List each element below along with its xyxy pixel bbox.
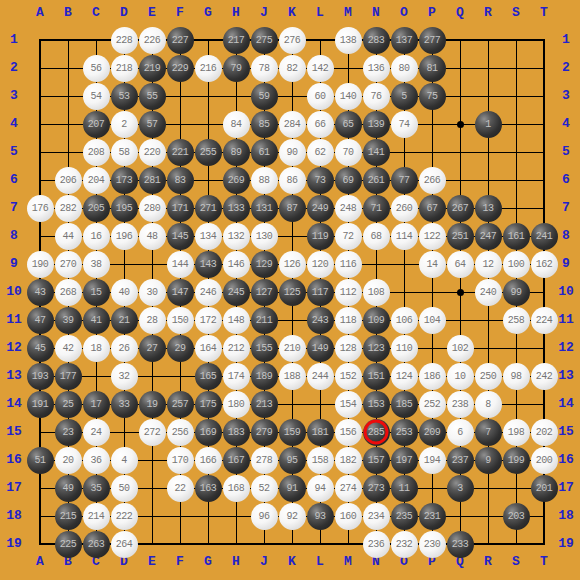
stone-w-268[interactable]: 268 xyxy=(55,279,82,306)
stone-b-213[interactable]: 213 xyxy=(251,391,278,418)
stone-b-29[interactable]: 29 xyxy=(167,335,194,362)
stone-w-282[interactable]: 282 xyxy=(55,195,82,222)
stone-b-183[interactable]: 183 xyxy=(223,419,250,446)
row-label-left: 14 xyxy=(1,396,27,412)
stone-w-234[interactable]: 234 xyxy=(363,503,390,530)
stone-b-161[interactable]: 161 xyxy=(503,223,530,250)
stone-b-269[interactable]: 269 xyxy=(223,167,250,194)
row-label-left: 7 xyxy=(1,200,27,216)
stone-w-242[interactable]: 242 xyxy=(531,363,558,390)
stone-w-68[interactable]: 68 xyxy=(363,223,390,250)
column-label-bottom: L xyxy=(306,554,334,570)
stone-w-208[interactable]: 208 xyxy=(83,139,110,166)
stone-b-45[interactable]: 45 xyxy=(27,335,54,362)
row-label-right: 4 xyxy=(553,116,579,132)
stone-w-250[interactable]: 250 xyxy=(475,363,502,390)
stone-w-232[interactable]: 232 xyxy=(391,531,418,558)
stone-b-159[interactable]: 159 xyxy=(279,419,306,446)
stone-w-96[interactable]: 96 xyxy=(251,503,278,530)
stone-w-176[interactable]: 176 xyxy=(27,195,54,222)
stone-w-10[interactable]: 10 xyxy=(447,363,474,390)
stone-w-152[interactable]: 152 xyxy=(335,363,362,390)
stone-b-145[interactable]: 145 xyxy=(167,223,194,250)
stone-b-251[interactable]: 251 xyxy=(447,223,474,250)
stone-b-129[interactable]: 129 xyxy=(251,251,278,278)
stone-w-170[interactable]: 170 xyxy=(167,447,194,474)
stone-w-126[interactable]: 126 xyxy=(279,251,306,278)
stone-w-66[interactable]: 66 xyxy=(307,111,334,138)
stone-b-123[interactable]: 123 xyxy=(363,335,390,362)
stone-w-132[interactable]: 132 xyxy=(223,223,250,250)
stone-w-82[interactable]: 82 xyxy=(279,55,306,82)
stone-w-128[interactable]: 128 xyxy=(335,335,362,362)
stone-w-24[interactable]: 24 xyxy=(83,419,110,446)
stone-w-60[interactable]: 60 xyxy=(307,83,334,110)
stone-w-118[interactable]: 118 xyxy=(335,307,362,334)
row-label-right: 1 xyxy=(553,32,579,48)
stone-b-261[interactable]: 261 xyxy=(363,167,390,194)
stone-b-253[interactable]: 253 xyxy=(391,419,418,446)
stone-w-270[interactable]: 270 xyxy=(55,251,82,278)
stone-w-140[interactable]: 140 xyxy=(335,83,362,110)
stone-b-51[interactable]: 51 xyxy=(27,447,54,474)
stone-w-28[interactable]: 28 xyxy=(139,307,166,334)
stone-b-227[interactable]: 227 xyxy=(167,27,194,54)
stone-w-50[interactable]: 50 xyxy=(111,475,138,502)
column-label-bottom: G xyxy=(194,554,222,570)
stone-b-147[interactable]: 147 xyxy=(167,279,194,306)
stone-b-153[interactable]: 153 xyxy=(363,391,390,418)
stone-b-255[interactable]: 255 xyxy=(195,139,222,166)
stone-w-186[interactable]: 186 xyxy=(419,363,446,390)
stone-b-17[interactable]: 17 xyxy=(83,391,110,418)
stone-b-53[interactable]: 53 xyxy=(111,83,138,110)
stone-w-136[interactable]: 136 xyxy=(363,55,390,82)
stone-w-256[interactable]: 256 xyxy=(167,419,194,446)
stone-w-122[interactable]: 122 xyxy=(419,223,446,250)
stone-b-283[interactable]: 283 xyxy=(363,27,390,54)
stone-b-229[interactable]: 229 xyxy=(167,55,194,82)
stone-w-272[interactable]: 272 xyxy=(139,419,166,446)
stone-w-168[interactable]: 168 xyxy=(223,475,250,502)
stone-w-284[interactable]: 284 xyxy=(279,111,306,138)
stone-w-62[interactable]: 62 xyxy=(307,139,334,166)
stone-b-119[interactable]: 119 xyxy=(307,223,334,250)
stone-b-217[interactable]: 217 xyxy=(223,27,250,54)
stone-w-180[interactable]: 180 xyxy=(223,391,250,418)
column-label-top: K xyxy=(278,5,306,21)
stone-w-182[interactable]: 182 xyxy=(335,447,362,474)
row-label-left: 16 xyxy=(1,452,27,468)
stone-w-8[interactable]: 8 xyxy=(475,391,502,418)
stone-w-52[interactable]: 52 xyxy=(251,475,278,502)
stone-w-218[interactable]: 218 xyxy=(111,55,138,82)
stone-w-108[interactable]: 108 xyxy=(363,279,390,306)
stone-w-54[interactable]: 54 xyxy=(83,83,110,110)
stone-b-11[interactable]: 11 xyxy=(391,475,418,502)
row-label-left: 13 xyxy=(1,368,27,384)
stone-w-6[interactable]: 6 xyxy=(447,419,474,446)
stone-w-4[interactable]: 4 xyxy=(111,447,138,474)
stone-b-7[interactable]: 7 xyxy=(475,419,502,446)
stone-w-40[interactable]: 40 xyxy=(111,279,138,306)
stone-w-98[interactable]: 98 xyxy=(503,363,530,390)
stone-b-155[interactable]: 155 xyxy=(251,335,278,362)
column-label-top: Q xyxy=(446,5,474,21)
stone-b-141[interactable]: 141 xyxy=(363,139,390,166)
stone-w-158[interactable]: 158 xyxy=(307,447,334,474)
stone-w-58[interactable]: 58 xyxy=(111,139,138,166)
stone-b-263[interactable]: 263 xyxy=(83,531,110,558)
row-label-right: 2 xyxy=(553,60,579,76)
row-label-right: 12 xyxy=(553,340,579,356)
stone-b-177[interactable]: 177 xyxy=(55,363,82,390)
stone-b-273[interactable]: 273 xyxy=(363,475,390,502)
stone-b-191[interactable]: 191 xyxy=(27,391,54,418)
stone-w-160[interactable]: 160 xyxy=(335,503,362,530)
stone-b-225[interactable]: 225 xyxy=(55,531,82,558)
stone-w-110[interactable]: 110 xyxy=(391,335,418,362)
stone-w-84[interactable]: 84 xyxy=(223,111,250,138)
stone-b-47[interactable]: 47 xyxy=(27,307,54,334)
stone-w-104[interactable]: 104 xyxy=(419,307,446,334)
stone-w-164[interactable]: 164 xyxy=(195,335,222,362)
column-label-bottom: R xyxy=(474,554,502,570)
stone-w-12[interactable]: 12 xyxy=(475,251,502,278)
stone-b-163[interactable]: 163 xyxy=(195,475,222,502)
stone-w-22[interactable]: 22 xyxy=(167,475,194,502)
stone-b-201[interactable]: 201 xyxy=(531,475,558,502)
stone-w-200[interactable]: 200 xyxy=(531,447,558,474)
stone-w-2[interactable]: 2 xyxy=(111,111,138,138)
stone-w-90[interactable]: 90 xyxy=(279,139,306,166)
stone-b-5[interactable]: 5 xyxy=(391,83,418,110)
stone-w-274[interactable]: 274 xyxy=(335,475,362,502)
stone-b-233[interactable]: 233 xyxy=(447,531,474,558)
stone-b-57[interactable]: 57 xyxy=(139,111,166,138)
stone-b-149[interactable]: 149 xyxy=(307,335,334,362)
stone-w-198[interactable]: 198 xyxy=(503,419,530,446)
column-label-top: A xyxy=(26,5,54,21)
row-label-left: 10 xyxy=(1,284,27,300)
stone-w-48[interactable]: 48 xyxy=(139,223,166,250)
row-label-right: 6 xyxy=(553,172,579,188)
column-label-top: B xyxy=(54,5,82,21)
stone-b-199[interactable]: 199 xyxy=(503,447,530,474)
stone-b-243[interactable]: 243 xyxy=(307,307,334,334)
stone-b-15[interactable]: 15 xyxy=(83,279,110,306)
stone-w-276[interactable]: 276 xyxy=(279,27,306,54)
stone-b-49[interactable]: 49 xyxy=(55,475,82,502)
stone-w-212[interactable]: 212 xyxy=(223,335,250,362)
stone-b-257[interactable]: 257 xyxy=(167,391,194,418)
row-label-left: 2 xyxy=(1,60,27,76)
stone-w-44[interactable]: 44 xyxy=(55,223,82,250)
stone-w-204[interactable]: 204 xyxy=(83,167,110,194)
star-point xyxy=(457,121,464,128)
stone-w-188[interactable]: 188 xyxy=(279,363,306,390)
stone-b-43[interactable]: 43 xyxy=(27,279,54,306)
stone-b-193[interactable]: 193 xyxy=(27,363,54,390)
stone-w-86[interactable]: 86 xyxy=(279,167,306,194)
stone-b-81[interactable]: 81 xyxy=(419,55,446,82)
stone-w-120[interactable]: 120 xyxy=(307,251,334,278)
stone-w-114[interactable]: 114 xyxy=(391,223,418,250)
stone-w-106[interactable]: 106 xyxy=(391,307,418,334)
stone-w-134[interactable]: 134 xyxy=(195,223,222,250)
stone-w-38[interactable]: 38 xyxy=(83,251,110,278)
stone-w-220[interactable]: 220 xyxy=(139,139,166,166)
stone-b-41[interactable]: 41 xyxy=(83,307,110,334)
stone-w-150[interactable]: 150 xyxy=(167,307,194,334)
stone-b-143[interactable]: 143 xyxy=(195,251,222,278)
stone-b-237[interactable]: 237 xyxy=(447,447,474,474)
stone-b-139[interactable]: 139 xyxy=(363,111,390,138)
column-label-top: S xyxy=(502,5,530,21)
stone-w-260[interactable]: 260 xyxy=(391,195,418,222)
stone-b-67[interactable]: 67 xyxy=(419,195,446,222)
stone-w-124[interactable]: 124 xyxy=(391,363,418,390)
stone-w-166[interactable]: 166 xyxy=(195,447,222,474)
stone-w-70[interactable]: 70 xyxy=(335,139,362,166)
column-label-top: P xyxy=(418,5,446,21)
stone-w-94[interactable]: 94 xyxy=(307,475,334,502)
stone-b-157[interactable]: 157 xyxy=(363,447,390,474)
stone-b-95[interactable]: 95 xyxy=(279,447,306,474)
stone-b-171[interactable]: 171 xyxy=(167,195,194,222)
stone-b-3[interactable]: 3 xyxy=(447,475,474,502)
stone-b-197[interactable]: 197 xyxy=(391,447,418,474)
stone-b-133[interactable]: 133 xyxy=(223,195,250,222)
stone-w-194[interactable]: 194 xyxy=(419,447,446,474)
stone-b-189[interactable]: 189 xyxy=(251,363,278,390)
stone-b-245[interactable]: 245 xyxy=(223,279,250,306)
stone-w-92[interactable]: 92 xyxy=(279,503,306,530)
stone-w-130[interactable]: 130 xyxy=(251,223,278,250)
stone-b-13[interactable]: 13 xyxy=(475,195,502,222)
stone-w-230[interactable]: 230 xyxy=(419,531,446,558)
stone-b-131[interactable]: 131 xyxy=(251,195,278,222)
stone-b-215[interactable]: 215 xyxy=(55,503,82,530)
stone-b-71[interactable]: 71 xyxy=(363,195,390,222)
stone-b-117[interactable]: 117 xyxy=(307,279,334,306)
column-label-top: G xyxy=(194,5,222,21)
stone-b-33[interactable]: 33 xyxy=(111,391,138,418)
stone-w-258[interactable]: 258 xyxy=(503,307,530,334)
stone-w-100[interactable]: 100 xyxy=(503,251,530,278)
stone-w-64[interactable]: 64 xyxy=(447,251,474,278)
column-label-bottom: T xyxy=(530,554,558,570)
stone-w-264[interactable]: 264 xyxy=(111,531,138,558)
stone-w-116[interactable]: 116 xyxy=(335,251,362,278)
stone-w-14[interactable]: 14 xyxy=(419,251,446,278)
stone-b-221[interactable]: 221 xyxy=(167,139,194,166)
stone-w-16[interactable]: 16 xyxy=(83,223,110,250)
stone-b-109[interactable]: 109 xyxy=(363,307,390,334)
column-label-bottom: M xyxy=(334,554,362,570)
stone-b-127[interactable]: 127 xyxy=(251,279,278,306)
stone-b-203[interactable]: 203 xyxy=(503,503,530,530)
stone-w-88[interactable]: 88 xyxy=(251,167,278,194)
stone-b-151[interactable]: 151 xyxy=(363,363,390,390)
stone-b-27[interactable]: 27 xyxy=(139,335,166,362)
stone-w-162[interactable]: 162 xyxy=(531,251,558,278)
stone-b-167[interactable]: 167 xyxy=(223,447,250,474)
stone-b-173[interactable]: 173 xyxy=(111,167,138,194)
stone-w-278[interactable]: 278 xyxy=(251,447,278,474)
stone-b-19[interactable]: 19 xyxy=(139,391,166,418)
stone-w-142[interactable]: 142 xyxy=(307,55,334,82)
stone-w-30[interactable]: 30 xyxy=(139,279,166,306)
stone-b-279[interactable]: 279 xyxy=(251,419,278,446)
stone-b-205[interactable]: 205 xyxy=(83,195,110,222)
stone-b-25[interactable]: 25 xyxy=(55,391,82,418)
stone-w-174[interactable]: 174 xyxy=(223,363,250,390)
stone-b-21[interactable]: 21 xyxy=(111,307,138,334)
column-label-top: J xyxy=(250,5,278,21)
row-label-left: 1 xyxy=(1,32,27,48)
stone-b-89[interactable]: 89 xyxy=(223,139,250,166)
stone-w-148[interactable]: 148 xyxy=(223,307,250,334)
stone-w-240[interactable]: 240 xyxy=(475,279,502,306)
stone-b-235[interactable]: 235 xyxy=(391,503,418,530)
stone-b-209[interactable]: 209 xyxy=(419,419,446,446)
stone-w-210[interactable]: 210 xyxy=(279,335,306,362)
stone-w-36[interactable]: 36 xyxy=(83,447,110,474)
stone-w-224[interactable]: 224 xyxy=(531,307,558,334)
row-label-right: 14 xyxy=(553,396,579,412)
row-label-right: 18 xyxy=(553,508,579,524)
stone-b-275[interactable]: 275 xyxy=(251,27,278,54)
stone-w-214[interactable]: 214 xyxy=(83,503,110,530)
stone-w-32[interactable]: 32 xyxy=(111,363,138,390)
row-label-right: 7 xyxy=(553,200,579,216)
stone-b-39[interactable]: 39 xyxy=(55,307,82,334)
stone-b-85[interactable]: 85 xyxy=(251,111,278,138)
stone-w-42[interactable]: 42 xyxy=(55,335,82,362)
stone-w-244[interactable]: 244 xyxy=(307,363,334,390)
row-label-right: 10 xyxy=(553,284,579,300)
stone-w-222[interactable]: 222 xyxy=(111,503,138,530)
stone-b-93[interactable]: 93 xyxy=(307,503,334,530)
stone-w-252[interactable]: 252 xyxy=(419,391,446,418)
column-label-bottom: F xyxy=(166,554,194,570)
stone-b-277[interactable]: 277 xyxy=(419,27,446,54)
stone-b-59[interactable]: 59 xyxy=(251,83,278,110)
stone-b-247[interactable]: 247 xyxy=(475,223,502,250)
stone-b-281[interactable]: 281 xyxy=(139,167,166,194)
stone-b-195[interactable]: 195 xyxy=(111,195,138,222)
stone-w-202[interactable]: 202 xyxy=(531,419,558,446)
stone-b-79[interactable]: 79 xyxy=(223,55,250,82)
stone-b-211[interactable]: 211 xyxy=(251,307,278,334)
stone-w-226[interactable]: 226 xyxy=(139,27,166,54)
stone-b-175[interactable]: 175 xyxy=(195,391,222,418)
stone-b-9[interactable]: 9 xyxy=(475,447,502,474)
stone-b-207[interactable]: 207 xyxy=(83,111,110,138)
column-label-top: H xyxy=(222,5,250,21)
stone-b-83[interactable]: 83 xyxy=(167,167,194,194)
stone-w-280[interactable]: 280 xyxy=(139,195,166,222)
stone-b-219[interactable]: 219 xyxy=(139,55,166,82)
stone-w-154[interactable]: 154 xyxy=(335,391,362,418)
stone-b-137[interactable]: 137 xyxy=(391,27,418,54)
stone-b-271[interactable]: 271 xyxy=(195,195,222,222)
stone-w-228[interactable]: 228 xyxy=(111,27,138,54)
stone-w-26[interactable]: 26 xyxy=(111,335,138,362)
stone-b-185[interactable]: 185 xyxy=(391,391,418,418)
stone-w-102[interactable]: 102 xyxy=(447,335,474,362)
stone-w-76[interactable]: 76 xyxy=(363,83,390,110)
column-label-top: O xyxy=(390,5,418,21)
star-point xyxy=(457,289,464,296)
stone-w-146[interactable]: 146 xyxy=(223,251,250,278)
stone-w-206[interactable]: 206 xyxy=(55,167,82,194)
stone-w-266[interactable]: 266 xyxy=(419,167,446,194)
stone-b-75[interactable]: 75 xyxy=(419,83,446,110)
stone-b-165[interactable]: 165 xyxy=(195,363,222,390)
row-label-left: 5 xyxy=(1,144,27,160)
stone-w-248[interactable]: 248 xyxy=(335,195,362,222)
stone-w-156[interactable]: 156 xyxy=(335,419,362,446)
stone-w-172[interactable]: 172 xyxy=(195,307,222,334)
stone-w-190[interactable]: 190 xyxy=(27,251,54,278)
stone-b-69[interactable]: 69 xyxy=(335,167,362,194)
stone-b-65[interactable]: 65 xyxy=(335,111,362,138)
row-label-left: 15 xyxy=(1,424,27,440)
stone-w-196[interactable]: 196 xyxy=(111,223,138,250)
stone-w-18[interactable]: 18 xyxy=(83,335,110,362)
stone-w-80[interactable]: 80 xyxy=(391,55,418,82)
stone-w-216[interactable]: 216 xyxy=(195,55,222,82)
stone-b-125[interactable]: 125 xyxy=(279,279,306,306)
stone-w-72[interactable]: 72 xyxy=(335,223,362,250)
stone-w-20[interactable]: 20 xyxy=(55,447,82,474)
row-label-left: 4 xyxy=(1,116,27,132)
stone-w-112[interactable]: 112 xyxy=(335,279,362,306)
stone-b-87[interactable]: 87 xyxy=(279,195,306,222)
go-board[interactable]: AABBCCDDEEFFGGHHJJKKLLMMNNOOPPQQRRSSTT11… xyxy=(0,0,580,580)
stone-b-55[interactable]: 55 xyxy=(139,83,166,110)
stone-w-246[interactable]: 246 xyxy=(195,279,222,306)
stone-b-91[interactable]: 91 xyxy=(279,475,306,502)
stone-b-61[interactable]: 61 xyxy=(251,139,278,166)
stone-b-249[interactable]: 249 xyxy=(307,195,334,222)
stone-b-169[interactable]: 169 xyxy=(195,419,222,446)
column-label-top: N xyxy=(362,5,390,21)
stone-b-35[interactable]: 35 xyxy=(83,475,110,502)
row-label-left: 12 xyxy=(1,340,27,356)
stone-b-241[interactable]: 241 xyxy=(531,223,558,250)
stone-b-99[interactable]: 99 xyxy=(503,279,530,306)
stone-w-56[interactable]: 56 xyxy=(83,55,110,82)
stone-b-1[interactable]: 1 xyxy=(475,111,502,138)
column-label-bottom: J xyxy=(250,554,278,570)
stone-b-231[interactable]: 231 xyxy=(419,503,446,530)
stone-w-236[interactable]: 236 xyxy=(363,531,390,558)
stone-b-181[interactable]: 181 xyxy=(307,419,334,446)
stone-w-144[interactable]: 144 xyxy=(167,251,194,278)
stone-w-78[interactable]: 78 xyxy=(251,55,278,82)
stone-w-74[interactable]: 74 xyxy=(391,111,418,138)
stone-b-77[interactable]: 77 xyxy=(391,167,418,194)
stone-w-138[interactable]: 138 xyxy=(335,27,362,54)
stone-b-23[interactable]: 23 xyxy=(55,419,82,446)
stone-w-238[interactable]: 238 xyxy=(447,391,474,418)
stone-b-285[interactable]: 285 xyxy=(363,419,390,446)
stone-b-267[interactable]: 267 xyxy=(447,195,474,222)
stone-b-73[interactable]: 73 xyxy=(307,167,334,194)
